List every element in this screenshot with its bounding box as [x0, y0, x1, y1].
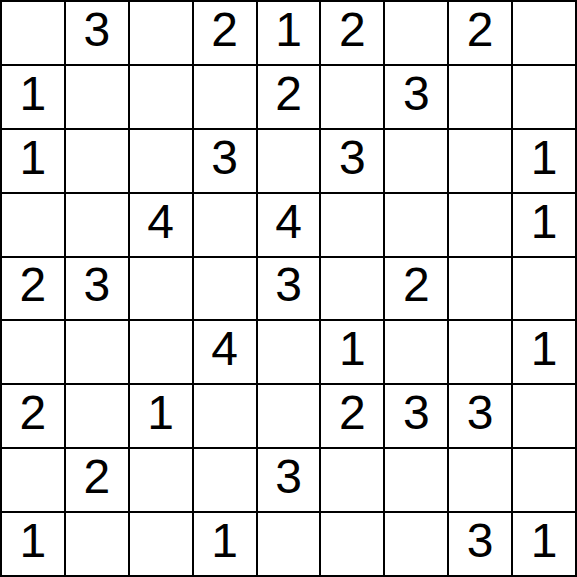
cell-r1c4-clue-2[interactable]: 2: [194, 2, 256, 64]
cell-r5c6-empty[interactable]: [321, 258, 383, 320]
cell-r4c2-empty[interactable]: [66, 194, 128, 256]
cell-r7c3-clue-1[interactable]: 1: [130, 385, 192, 447]
cell-r2c4-empty[interactable]: [194, 66, 256, 128]
cell-r6c6-clue-1[interactable]: 1: [321, 321, 383, 383]
cell-r5c1-clue-2[interactable]: 2: [2, 258, 64, 320]
cell-r9c1-clue-1[interactable]: 1: [2, 513, 64, 575]
cell-r5c7-clue-2[interactable]: 2: [385, 258, 447, 320]
cell-r4c7-empty[interactable]: [385, 194, 447, 256]
puzzle-board: 321221231331441233241121233231131: [0, 0, 577, 577]
cell-r9c2-empty[interactable]: [66, 513, 128, 575]
cell-r9c5-empty[interactable]: [258, 513, 320, 575]
cell-r6c9-clue-1[interactable]: 1: [513, 321, 575, 383]
cell-r3c3-empty[interactable]: [130, 130, 192, 192]
cell-r2c3-empty[interactable]: [130, 66, 192, 128]
cell-r7c2-empty[interactable]: [66, 385, 128, 447]
cell-r4c8-empty[interactable]: [449, 194, 511, 256]
cell-r4c9-clue-1[interactable]: 1: [513, 194, 575, 256]
cell-r6c4-clue-4[interactable]: 4: [194, 321, 256, 383]
cell-r1c8-clue-2[interactable]: 2: [449, 2, 511, 64]
cell-r3c8-empty[interactable]: [449, 130, 511, 192]
cell-r7c5-empty[interactable]: [258, 385, 320, 447]
cell-r7c7-clue-3[interactable]: 3: [385, 385, 447, 447]
cell-r1c7-empty[interactable]: [385, 2, 447, 64]
cell-r9c3-empty[interactable]: [130, 513, 192, 575]
cell-r2c6-empty[interactable]: [321, 66, 383, 128]
cell-r6c2-empty[interactable]: [66, 321, 128, 383]
cell-r5c2-clue-3[interactable]: 3: [66, 258, 128, 320]
cell-r5c5-clue-3[interactable]: 3: [258, 258, 320, 320]
cell-r3c1-clue-1[interactable]: 1: [2, 130, 64, 192]
cell-r8c8-empty[interactable]: [449, 449, 511, 511]
cell-r6c7-empty[interactable]: [385, 321, 447, 383]
cell-r9c9-clue-1[interactable]: 1: [513, 513, 575, 575]
cell-r4c4-empty[interactable]: [194, 194, 256, 256]
cell-r9c7-empty[interactable]: [385, 513, 447, 575]
cell-r1c3-empty[interactable]: [130, 2, 192, 64]
cell-r2c5-clue-2[interactable]: 2: [258, 66, 320, 128]
cell-r9c8-clue-3[interactable]: 3: [449, 513, 511, 575]
cell-r7c1-clue-2[interactable]: 2: [2, 385, 64, 447]
cell-r1c2-clue-3[interactable]: 3: [66, 2, 128, 64]
cell-r6c1-empty[interactable]: [2, 321, 64, 383]
cell-r6c5-empty[interactable]: [258, 321, 320, 383]
cell-r4c3-clue-4[interactable]: 4: [130, 194, 192, 256]
cell-r8c7-empty[interactable]: [385, 449, 447, 511]
cell-r8c9-empty[interactable]: [513, 449, 575, 511]
cell-r4c5-clue-4[interactable]: 4: [258, 194, 320, 256]
cell-r3c6-clue-3[interactable]: 3: [321, 130, 383, 192]
cell-r3c5-empty[interactable]: [258, 130, 320, 192]
cell-r8c5-clue-3[interactable]: 3: [258, 449, 320, 511]
cell-r8c4-empty[interactable]: [194, 449, 256, 511]
cell-r5c4-empty[interactable]: [194, 258, 256, 320]
cell-r3c2-empty[interactable]: [66, 130, 128, 192]
cell-r5c3-empty[interactable]: [130, 258, 192, 320]
cell-r2c1-clue-1[interactable]: 1: [2, 66, 64, 128]
cell-r8c6-empty[interactable]: [321, 449, 383, 511]
cell-r2c2-empty[interactable]: [66, 66, 128, 128]
cell-r1c5-clue-1[interactable]: 1: [258, 2, 320, 64]
cell-r5c8-empty[interactable]: [449, 258, 511, 320]
cell-r2c8-empty[interactable]: [449, 66, 511, 128]
cell-r7c6-clue-2[interactable]: 2: [321, 385, 383, 447]
cell-r4c6-empty[interactable]: [321, 194, 383, 256]
cell-r8c3-empty[interactable]: [130, 449, 192, 511]
cell-r6c3-empty[interactable]: [130, 321, 192, 383]
cell-r2c9-empty[interactable]: [513, 66, 575, 128]
cell-r9c4-clue-1[interactable]: 1: [194, 513, 256, 575]
cell-r3c4-clue-3[interactable]: 3: [194, 130, 256, 192]
cell-r1c6-clue-2[interactable]: 2: [321, 2, 383, 64]
cell-r3c9-clue-1[interactable]: 1: [513, 130, 575, 192]
cell-r7c8-clue-3[interactable]: 3: [449, 385, 511, 447]
cell-r7c4-empty[interactable]: [194, 385, 256, 447]
cell-r7c9-empty[interactable]: [513, 385, 575, 447]
cell-r9c6-empty[interactable]: [321, 513, 383, 575]
cell-r4c1-empty[interactable]: [2, 194, 64, 256]
cell-r6c8-empty[interactable]: [449, 321, 511, 383]
cell-r1c1-empty[interactable]: [2, 2, 64, 64]
cell-r8c1-empty[interactable]: [2, 449, 64, 511]
cell-r8c2-clue-2[interactable]: 2: [66, 449, 128, 511]
cell-r5c9-empty[interactable]: [513, 258, 575, 320]
cell-r3c7-empty[interactable]: [385, 130, 447, 192]
cell-r2c7-clue-3[interactable]: 3: [385, 66, 447, 128]
cell-r1c9-empty[interactable]: [513, 2, 575, 64]
